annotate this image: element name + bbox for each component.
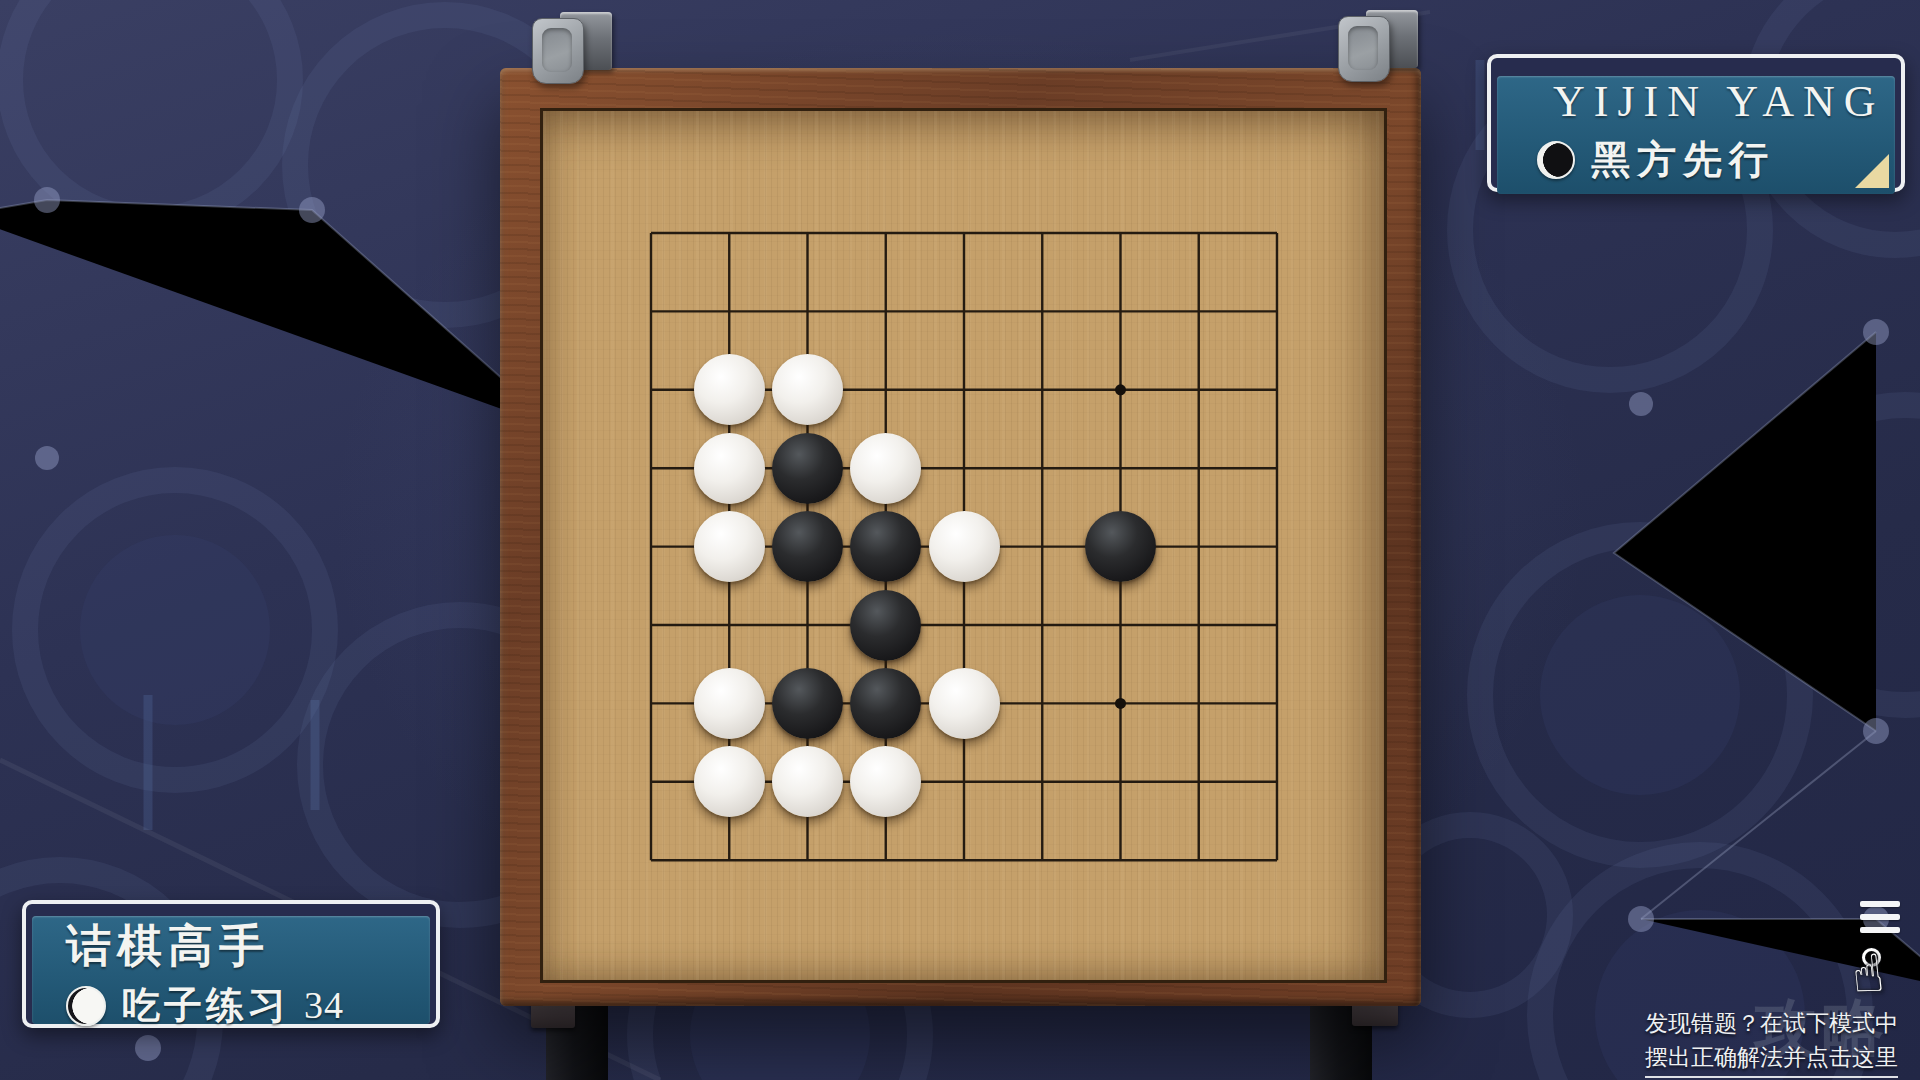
stone-white-c5-r5 bbox=[929, 511, 1000, 582]
metal-clamp-left bbox=[530, 4, 620, 84]
hint-line1: 发现错题？在试下模式中 bbox=[1645, 1006, 1898, 1040]
stone-white-c2-r5 bbox=[694, 511, 765, 582]
stone-black-c7-r5 bbox=[1085, 511, 1156, 582]
player-name: YIJIN YANG bbox=[1553, 76, 1895, 127]
stone-white-c3-r8 bbox=[772, 746, 843, 817]
level-info-panel: 诘棋高手 吃子练习34 bbox=[22, 900, 440, 1028]
stone-black-c3-r7 bbox=[772, 668, 843, 739]
stone-black-c4-r5 bbox=[850, 511, 921, 582]
hamburger-menu-icon[interactable] bbox=[1860, 901, 1900, 943]
stone-white-c5-r7 bbox=[929, 668, 1000, 739]
level-subtitle: 吃子练习34 bbox=[122, 980, 344, 1031]
go-board[interactable] bbox=[540, 108, 1387, 983]
stone-black-c3-r4 bbox=[772, 433, 843, 504]
stone-white-c2-r7 bbox=[694, 668, 765, 739]
stone-black-c3-r5 bbox=[772, 511, 843, 582]
stone-black-c4-r6 bbox=[850, 590, 921, 661]
player-turn-panel[interactable]: YIJIN YANG 黑方先行 bbox=[1487, 54, 1905, 192]
hand-pointer-cursor: ☝ bbox=[1849, 943, 1887, 1006]
clamp-plate-inset bbox=[542, 28, 572, 72]
stone-white-c2-r3 bbox=[694, 354, 765, 425]
level-title: 诘棋高手 bbox=[66, 916, 430, 976]
black-stone-icon bbox=[1537, 141, 1575, 179]
stone-black-c4-r7 bbox=[850, 668, 921, 739]
stone-white-c2-r4 bbox=[694, 433, 765, 504]
hint-line2: 摆出正确解法并点击这里 bbox=[1645, 1040, 1898, 1078]
level-number: 34 bbox=[304, 984, 344, 1026]
game-screen: YIJIN YANG 黑方先行 诘棋高手 吃子练习34 攻略 发现错题？在试下模… bbox=[0, 0, 1920, 1080]
metal-clamp-right bbox=[1336, 2, 1426, 82]
stone-white-c2-r8 bbox=[694, 746, 765, 817]
stone-white-c3-r3 bbox=[772, 354, 843, 425]
turn-label: 黑方先行 bbox=[1591, 133, 1775, 187]
clamp-plate-inset bbox=[1348, 26, 1378, 70]
report-hint-link[interactable]: 发现错题？在试下模式中 摆出正确解法并点击这里 bbox=[1645, 1006, 1898, 1078]
stone-white-c4-r4 bbox=[850, 433, 921, 504]
white-stone-icon bbox=[66, 986, 106, 1026]
